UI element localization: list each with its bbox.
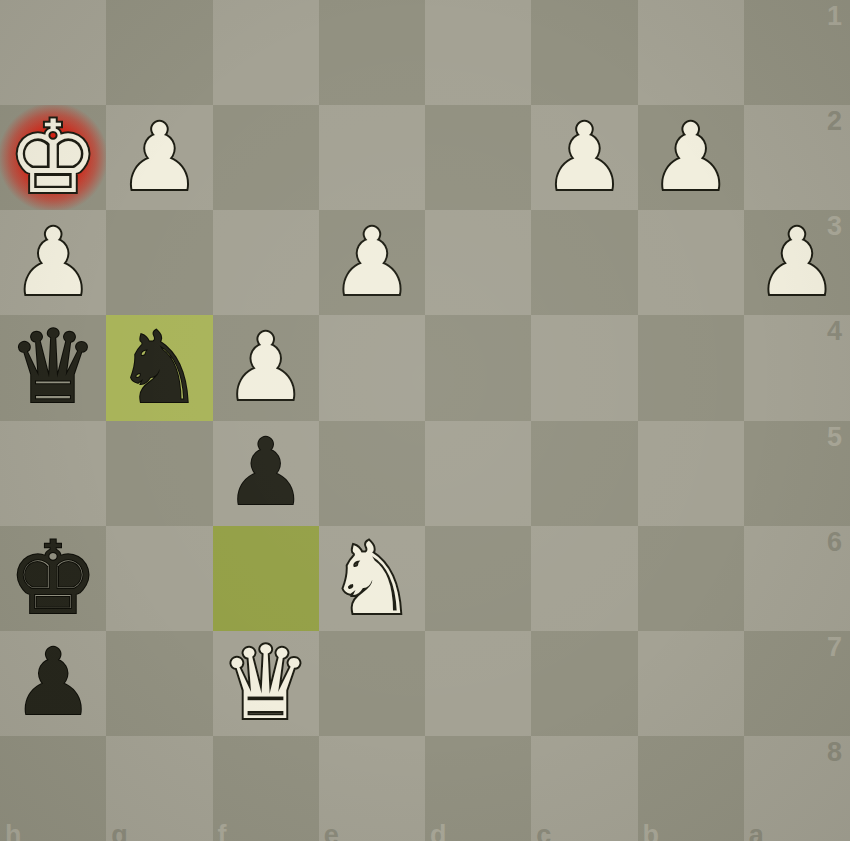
square-e5[interactable] [319, 421, 425, 526]
chess-board: 1♚♟♟♟2♟♟♟3♛♞♟4♟5♚♞6♟♛7hgfedcb8a [0, 0, 850, 841]
square-d8[interactable]: d [425, 736, 531, 841]
file-label-f: f [218, 820, 227, 841]
piece-black-queen[interactable]: ♛ [0, 315, 106, 420]
rank-label-1: 1 [827, 1, 842, 32]
square-c8[interactable]: c [531, 736, 637, 841]
square-e4[interactable] [319, 315, 425, 420]
square-d3[interactable] [425, 210, 531, 315]
rank-label-8: 8 [827, 737, 842, 768]
square-e3[interactable]: ♟ [319, 210, 425, 315]
rank-label-5: 5 [827, 422, 842, 453]
square-f2[interactable] [213, 105, 319, 210]
piece-white-king[interactable]: ♚ [0, 105, 106, 210]
square-a6[interactable]: 6 [744, 526, 850, 631]
square-b7[interactable] [638, 631, 744, 736]
square-f5[interactable]: ♟ [213, 421, 319, 526]
rank-label-4: 4 [827, 316, 842, 347]
square-c7[interactable] [531, 631, 637, 736]
square-b3[interactable] [638, 210, 744, 315]
square-d6[interactable] [425, 526, 531, 631]
rank-label-7: 7 [827, 632, 842, 663]
square-a1[interactable]: 1 [744, 0, 850, 105]
square-h5[interactable] [0, 421, 106, 526]
square-h2[interactable]: ♚ [0, 105, 106, 210]
file-label-e: e [324, 820, 339, 841]
square-h4[interactable]: ♛ [0, 315, 106, 420]
file-label-a: a [749, 820, 764, 841]
square-f4[interactable]: ♟ [213, 315, 319, 420]
square-d5[interactable] [425, 421, 531, 526]
square-d7[interactable] [425, 631, 531, 736]
piece-white-pawn[interactable]: ♟ [531, 105, 637, 210]
piece-white-pawn[interactable]: ♟ [213, 315, 319, 420]
square-c1[interactable] [531, 0, 637, 105]
square-g1[interactable] [106, 0, 212, 105]
piece-black-knight[interactable]: ♞ [106, 315, 212, 420]
square-h1[interactable] [0, 0, 106, 105]
square-e7[interactable] [319, 631, 425, 736]
piece-black-pawn[interactable]: ♟ [0, 631, 106, 736]
square-b4[interactable] [638, 315, 744, 420]
square-a3[interactable]: ♟3 [744, 210, 850, 315]
square-f8[interactable]: f [213, 736, 319, 841]
piece-white-pawn[interactable]: ♟ [638, 105, 744, 210]
piece-black-king[interactable]: ♚ [0, 526, 106, 631]
square-a7[interactable]: 7 [744, 631, 850, 736]
square-c5[interactable] [531, 421, 637, 526]
piece-white-queen[interactable]: ♛ [213, 631, 319, 736]
piece-white-pawn[interactable]: ♟ [0, 210, 106, 315]
rank-label-2: 2 [827, 106, 842, 137]
square-c4[interactable] [531, 315, 637, 420]
piece-black-pawn[interactable]: ♟ [213, 421, 319, 526]
square-g7[interactable] [106, 631, 212, 736]
square-b6[interactable] [638, 526, 744, 631]
square-b5[interactable] [638, 421, 744, 526]
square-c2[interactable]: ♟ [531, 105, 637, 210]
square-a2[interactable]: 2 [744, 105, 850, 210]
piece-white-pawn[interactable]: ♟ [106, 105, 212, 210]
square-g4[interactable]: ♞ [106, 315, 212, 420]
square-h3[interactable]: ♟ [0, 210, 106, 315]
file-label-d: d [430, 820, 447, 841]
square-b2[interactable]: ♟ [638, 105, 744, 210]
square-b1[interactable] [638, 0, 744, 105]
file-label-h: h [5, 820, 22, 841]
square-a4[interactable]: 4 [744, 315, 850, 420]
square-h6[interactable]: ♚ [0, 526, 106, 631]
square-b8[interactable]: b [638, 736, 744, 841]
square-f6[interactable] [213, 526, 319, 631]
square-d1[interactable] [425, 0, 531, 105]
square-c6[interactable] [531, 526, 637, 631]
square-g2[interactable]: ♟ [106, 105, 212, 210]
square-g5[interactable] [106, 421, 212, 526]
square-c3[interactable] [531, 210, 637, 315]
square-f7[interactable]: ♛ [213, 631, 319, 736]
square-h8[interactable]: h [0, 736, 106, 841]
piece-white-pawn[interactable]: ♟ [319, 210, 425, 315]
square-g3[interactable] [106, 210, 212, 315]
square-e8[interactable]: e [319, 736, 425, 841]
square-e2[interactable] [319, 105, 425, 210]
square-g6[interactable] [106, 526, 212, 631]
file-label-c: c [536, 820, 551, 841]
piece-white-knight[interactable]: ♞ [319, 526, 425, 631]
file-label-g: g [111, 820, 128, 841]
square-a8[interactable]: 8a [744, 736, 850, 841]
square-h7[interactable]: ♟ [0, 631, 106, 736]
square-f1[interactable] [213, 0, 319, 105]
square-d2[interactable] [425, 105, 531, 210]
square-a5[interactable]: 5 [744, 421, 850, 526]
square-e1[interactable] [319, 0, 425, 105]
rank-label-6: 6 [827, 527, 842, 558]
square-e6[interactable]: ♞ [319, 526, 425, 631]
square-d4[interactable] [425, 315, 531, 420]
piece-white-pawn[interactable]: ♟ [744, 210, 850, 315]
file-label-b: b [643, 820, 660, 841]
square-f3[interactable] [213, 210, 319, 315]
square-g8[interactable]: g [106, 736, 212, 841]
